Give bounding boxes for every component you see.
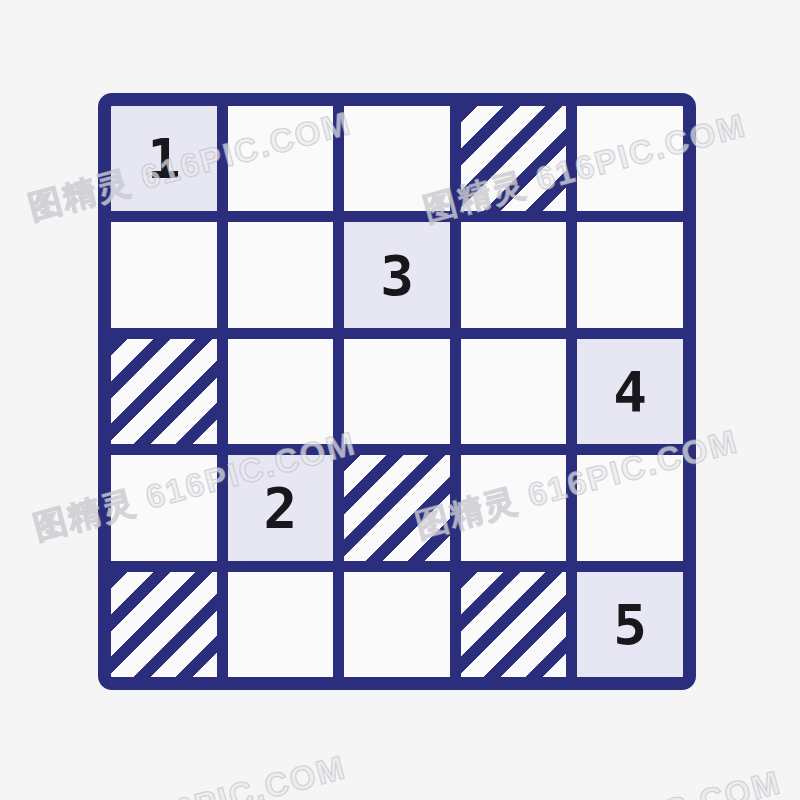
cell-r3c4[interactable] [577,455,683,560]
cell-r3c3[interactable] [461,455,567,560]
cell-r1c0[interactable] [111,222,217,327]
cell-r3c0[interactable] [111,455,217,560]
cell-r2c0-hatched[interactable] [111,339,217,444]
cell-r3c2-hatched[interactable] [344,455,450,560]
cell-r4c0-hatched[interactable] [111,572,217,677]
cell-r1c1[interactable] [228,222,334,327]
watermark-text: 图精灵 616PIC.COM [19,745,352,800]
cell-r2c1[interactable] [228,339,334,444]
cell-r4c4-clue[interactable]: 5 [577,572,683,677]
cell-r2c2[interactable] [344,339,450,444]
watermark-text: 图精灵 616PIC.COM [454,760,787,800]
cell-r4c3-hatched[interactable] [461,572,567,677]
clipart-canvas: 13425 图精灵 616PIC.COM图精灵 616PIC.COM图精灵 61… [0,0,800,800]
cell-r1c4[interactable] [577,222,683,327]
cell-r4c1[interactable] [228,572,334,677]
cell-r0c0-clue[interactable]: 1 [111,106,217,211]
cell-r0c4[interactable] [577,106,683,211]
puzzle-board: 13425 [98,93,696,690]
cell-r4c2[interactable] [344,572,450,677]
cell-r2c4-clue[interactable]: 4 [577,339,683,444]
cell-r1c2-clue[interactable]: 3 [344,222,450,327]
cell-r0c3-hatched[interactable] [461,106,567,211]
cell-r0c1[interactable] [228,106,334,211]
cell-r1c3[interactable] [461,222,567,327]
cell-r3c1-clue[interactable]: 2 [228,455,334,560]
cell-r0c2[interactable] [344,106,450,211]
cell-r2c3[interactable] [461,339,567,444]
